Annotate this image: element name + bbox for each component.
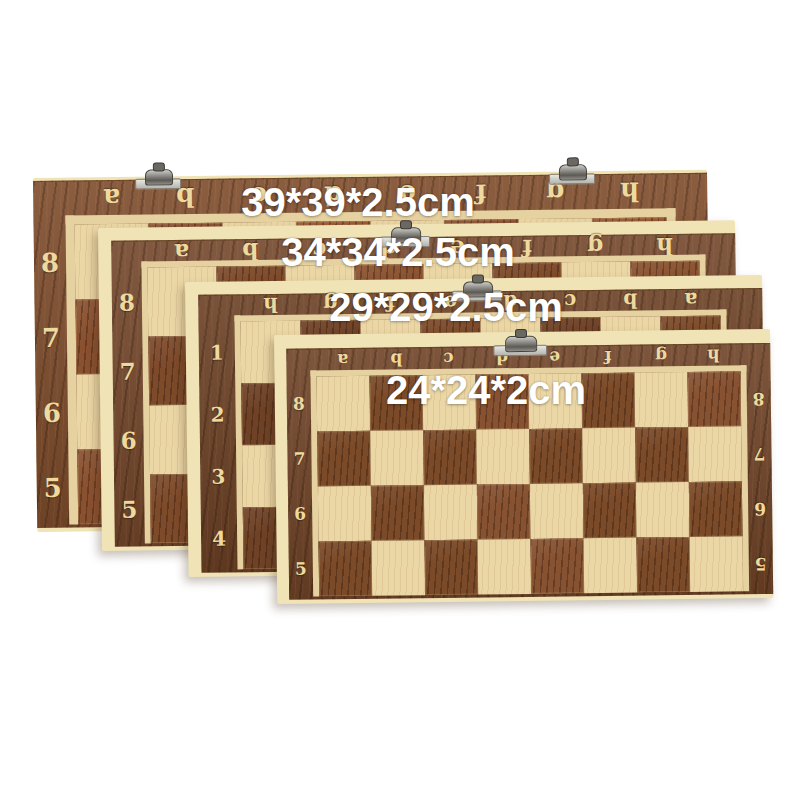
latch-knob <box>567 157 578 166</box>
rank-label-6: 6 <box>43 399 61 425</box>
file-label-f: f <box>604 348 612 365</box>
square-g6 <box>636 482 690 538</box>
square-c7 <box>423 430 477 486</box>
size-label-39cm: 39*39*2.5cm <box>241 180 475 225</box>
rank-label-7: 7 <box>753 445 765 462</box>
ranks-left: 8765 <box>34 225 70 525</box>
rank-label-6: 6 <box>754 500 766 517</box>
square-e5 <box>531 538 585 594</box>
file-label-a: a <box>337 351 348 368</box>
latch-arm <box>505 336 537 352</box>
square-e7 <box>529 428 583 484</box>
rank-label-5: 5 <box>44 474 62 500</box>
latch-knob <box>153 162 164 171</box>
latch-knob <box>515 329 528 338</box>
size-label-24cm: 24*24*2cm <box>386 368 586 413</box>
rank-label-7: 7 <box>42 324 60 350</box>
metal-latch-icon <box>135 165 181 190</box>
ranks-left: 8765 <box>111 267 144 543</box>
square-b6 <box>371 485 425 541</box>
square-h7 <box>688 426 742 482</box>
square-h8 <box>687 371 741 427</box>
square-a6 <box>318 486 372 542</box>
square-f5 <box>584 538 638 594</box>
square-a7 <box>317 431 371 487</box>
rank-label-7: 7 <box>120 360 136 383</box>
square-h5 <box>689 536 743 592</box>
product-photo-folding-chess-boards: abcdefgh87658765hgfedcba12341234abcdefgh… <box>0 0 800 800</box>
square-b5 <box>372 540 426 596</box>
file-label-a: a <box>103 185 120 211</box>
square-d6 <box>477 484 531 540</box>
square-b7 <box>370 430 424 486</box>
square-f6 <box>583 483 637 539</box>
rank-label-1: 1 <box>210 343 224 363</box>
latch-arm <box>559 164 587 180</box>
file-label-b: b <box>390 350 402 367</box>
square-a5 <box>319 541 373 597</box>
square-g7 <box>635 427 689 483</box>
square-h6 <box>689 481 743 537</box>
rank-label-5: 5 <box>295 561 307 578</box>
file-label-e: e <box>549 349 560 366</box>
square-e6 <box>530 483 584 539</box>
ranks-right: 8765 <box>746 371 773 591</box>
file-label-c: c <box>444 350 455 367</box>
square-d5 <box>478 539 532 595</box>
square-a8 <box>317 376 371 432</box>
ranks-left: 1234 <box>198 321 237 569</box>
square-g5 <box>637 537 691 593</box>
square-d7 <box>476 429 530 485</box>
rank-label-8: 8 <box>119 291 135 314</box>
rank-label-3: 3 <box>211 467 225 487</box>
rank-label-4: 4 <box>212 529 226 549</box>
rank-label-7: 7 <box>293 451 305 468</box>
file-label-h: h <box>707 347 720 364</box>
file-label-g: g <box>655 347 667 364</box>
rank-label-5: 5 <box>121 498 137 521</box>
metal-latch-icon <box>549 160 595 185</box>
rank-label-2: 2 <box>211 405 225 425</box>
square-c5 <box>425 540 479 596</box>
rank-label-8: 8 <box>41 249 59 275</box>
rank-label-6: 6 <box>294 506 306 523</box>
square-c6 <box>424 485 478 541</box>
rank-label-8: 8 <box>753 390 765 407</box>
square-g8 <box>634 372 688 428</box>
size-label-34cm: 34*34*2.5cm <box>281 230 515 275</box>
latch-arm <box>145 169 173 185</box>
square-f8 <box>581 373 635 429</box>
rank-label-6: 6 <box>120 429 136 452</box>
latch-knob <box>472 274 484 283</box>
file-label-b: b <box>623 290 637 310</box>
square-f7 <box>582 428 636 484</box>
ranks-left: 8765 <box>287 377 314 597</box>
size-label-29cm: 29*29*2.5cm <box>329 285 563 330</box>
file-label-a: a <box>684 290 697 310</box>
rank-label-5: 5 <box>755 555 767 572</box>
file-label-h: h <box>263 295 278 315</box>
file-label-h: h <box>620 179 639 205</box>
file-label-c: c <box>564 291 576 311</box>
file-label-f: f <box>475 180 487 206</box>
metal-latch-icon <box>493 332 547 357</box>
rank-label-8: 8 <box>293 396 305 413</box>
